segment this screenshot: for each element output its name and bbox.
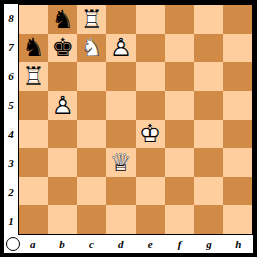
square-h4[interactable] (223, 120, 252, 149)
rank-labels: 87654321 (4, 4, 18, 235)
square-b6[interactable] (48, 62, 77, 91)
square-a7[interactable]: ♞ (19, 34, 48, 63)
white-rook[interactable]: ♜♖ (22, 64, 44, 89)
file-label-e: e (136, 235, 165, 253)
rank-label-1: 1 (4, 206, 18, 235)
rank-label-7: 7 (4, 33, 18, 62)
chess-board: ♞♜♖♞♚♞♘♟♙♜♖♟♙♚♔♛♕ (18, 4, 253, 235)
square-f1[interactable] (165, 205, 194, 234)
square-e8[interactable] (136, 5, 165, 34)
square-h2[interactable] (223, 177, 252, 206)
square-e2[interactable] (136, 177, 165, 206)
square-d4[interactable] (106, 120, 135, 149)
square-c1[interactable] (77, 205, 106, 234)
black-knight[interactable]: ♞ (22, 35, 44, 60)
square-c6[interactable] (77, 62, 106, 91)
file-label-h: h (224, 235, 253, 253)
square-b5[interactable]: ♟♙ (48, 91, 77, 120)
square-c3[interactable] (77, 148, 106, 177)
square-a3[interactable] (19, 148, 48, 177)
square-e7[interactable] (136, 34, 165, 63)
square-a5[interactable] (19, 91, 48, 120)
file-label-f: f (165, 235, 194, 253)
square-b1[interactable] (48, 205, 77, 234)
square-d8[interactable] (106, 5, 135, 34)
rank-label-8: 8 (4, 4, 18, 33)
white-queen[interactable]: ♛♕ (110, 150, 132, 175)
square-h8[interactable] (223, 5, 252, 34)
file-label-d: d (106, 235, 135, 253)
square-e1[interactable] (136, 205, 165, 234)
rank-label-3: 3 (4, 148, 18, 177)
square-c7[interactable]: ♞♘ (77, 34, 106, 63)
white-pawn[interactable]: ♟♙ (51, 93, 73, 118)
white-knight[interactable]: ♞♘ (81, 35, 103, 60)
square-f4[interactable] (165, 120, 194, 149)
square-c4[interactable] (77, 120, 106, 149)
square-e3[interactable] (136, 148, 165, 177)
square-d6[interactable] (106, 62, 135, 91)
square-f7[interactable] (165, 34, 194, 63)
square-a1[interactable] (19, 205, 48, 234)
bottom-strip: abcdefgh (4, 235, 253, 253)
square-e6[interactable] (136, 62, 165, 91)
square-b7[interactable]: ♚ (48, 34, 77, 63)
square-f2[interactable] (165, 177, 194, 206)
square-g7[interactable] (194, 34, 223, 63)
square-b4[interactable] (48, 120, 77, 149)
square-g4[interactable] (194, 120, 223, 149)
rank-label-2: 2 (4, 177, 18, 206)
chess-diagram: 87654321 ♞♜♖♞♚♞♘♟♙♜♖♟♙♚♔♛♕ abcdefgh (0, 0, 257, 257)
square-c5[interactable] (77, 91, 106, 120)
square-e4[interactable]: ♚♔ (136, 120, 165, 149)
square-b2[interactable] (48, 177, 77, 206)
square-b8[interactable]: ♞ (48, 5, 77, 34)
file-label-a: a (18, 235, 47, 253)
square-h6[interactable] (223, 62, 252, 91)
rank-label-6: 6 (4, 62, 18, 91)
square-g6[interactable] (194, 62, 223, 91)
square-g2[interactable] (194, 177, 223, 206)
square-g1[interactable] (194, 205, 223, 234)
file-label-b: b (47, 235, 76, 253)
square-a8[interactable] (19, 5, 48, 34)
square-d2[interactable] (106, 177, 135, 206)
square-c8[interactable]: ♜♖ (77, 5, 106, 34)
file-labels: abcdefgh (18, 235, 253, 253)
white-pawn[interactable]: ♟♙ (110, 35, 132, 60)
rank-label-5: 5 (4, 91, 18, 120)
black-knight[interactable]: ♞ (51, 7, 73, 32)
square-g5[interactable] (194, 91, 223, 120)
file-label-g: g (194, 235, 223, 253)
white-rook[interactable]: ♜♖ (81, 7, 103, 32)
file-label-c: c (77, 235, 106, 253)
square-d3[interactable]: ♛♕ (106, 148, 135, 177)
square-f6[interactable] (165, 62, 194, 91)
square-a2[interactable] (19, 177, 48, 206)
square-d5[interactable] (106, 91, 135, 120)
square-d1[interactable] (106, 205, 135, 234)
square-a4[interactable] (19, 120, 48, 149)
square-f5[interactable] (165, 91, 194, 120)
square-f3[interactable] (165, 148, 194, 177)
white-king[interactable]: ♚♔ (139, 121, 161, 146)
square-a6[interactable]: ♜♖ (19, 62, 48, 91)
square-h1[interactable] (223, 205, 252, 234)
square-h3[interactable] (223, 148, 252, 177)
rank-label-4: 4 (4, 120, 18, 149)
square-g3[interactable] (194, 148, 223, 177)
square-f8[interactable] (165, 5, 194, 34)
square-b3[interactable] (48, 148, 77, 177)
square-h5[interactable] (223, 91, 252, 120)
square-e5[interactable] (136, 91, 165, 120)
black-king[interactable]: ♚ (51, 35, 73, 60)
square-g8[interactable] (194, 5, 223, 34)
square-c2[interactable] (77, 177, 106, 206)
square-d7[interactable]: ♟♙ (106, 34, 135, 63)
square-h7[interactable] (223, 34, 252, 63)
